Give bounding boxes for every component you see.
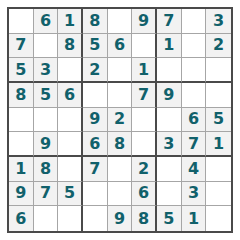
cell-r6c5-given: 8 bbox=[108, 132, 133, 157]
cell-r4c9-empty[interactable] bbox=[206, 83, 231, 108]
cell-r9c7-given: 5 bbox=[157, 206, 182, 231]
cell-r5c9-given: 5 bbox=[206, 108, 231, 133]
cell-r1c5-empty[interactable] bbox=[108, 9, 133, 34]
cell-r4c4-empty[interactable] bbox=[83, 83, 108, 108]
cell-r3c2-given: 3 bbox=[34, 58, 59, 83]
cell-r5c7-empty[interactable] bbox=[157, 108, 182, 133]
cell-r4c5-empty[interactable] bbox=[108, 83, 133, 108]
cell-r9c1-given: 6 bbox=[9, 206, 34, 231]
cell-r9c3-empty[interactable] bbox=[58, 206, 83, 231]
cell-r5c3-empty[interactable] bbox=[58, 108, 83, 133]
cell-r7c9-empty[interactable] bbox=[206, 157, 231, 182]
cell-r3c8-empty[interactable] bbox=[182, 58, 207, 83]
cell-r8c9-empty[interactable] bbox=[206, 182, 231, 207]
cell-r7c2-given: 8 bbox=[34, 157, 59, 182]
cell-r7c5-empty[interactable] bbox=[108, 157, 133, 182]
cell-r1c2-given: 6 bbox=[34, 9, 59, 34]
cell-r4c2-given: 5 bbox=[34, 83, 59, 108]
cell-r3c5-empty[interactable] bbox=[108, 58, 133, 83]
cell-r6c1-empty[interactable] bbox=[9, 132, 34, 157]
cell-r7c1-given: 1 bbox=[9, 157, 34, 182]
cell-r7c8-given: 4 bbox=[182, 157, 207, 182]
cell-r4c8-empty[interactable] bbox=[182, 83, 207, 108]
cell-r1c9-given: 3 bbox=[206, 9, 231, 34]
cell-r4c3-given: 6 bbox=[58, 83, 83, 108]
cell-r6c6-empty[interactable] bbox=[132, 132, 157, 157]
cell-r2c1-given: 7 bbox=[9, 34, 34, 59]
cell-r5c1-empty[interactable] bbox=[9, 108, 34, 133]
cell-r7c3-empty[interactable] bbox=[58, 157, 83, 182]
cell-r2c4-given: 5 bbox=[83, 34, 108, 59]
cell-r1c8-empty[interactable] bbox=[182, 9, 207, 34]
cell-r2c2-empty[interactable] bbox=[34, 34, 59, 59]
cell-r2c7-given: 1 bbox=[157, 34, 182, 59]
cell-r7c4-given: 7 bbox=[83, 157, 108, 182]
cell-r5c5-given: 2 bbox=[108, 108, 133, 133]
cell-r9c8-given: 1 bbox=[182, 206, 207, 231]
cell-r9c9-empty[interactable] bbox=[206, 206, 231, 231]
cell-r6c2-given: 9 bbox=[34, 132, 59, 157]
cell-r6c3-empty[interactable] bbox=[58, 132, 83, 157]
cell-r8c6-given: 6 bbox=[132, 182, 157, 207]
cell-r5c8-given: 6 bbox=[182, 108, 207, 133]
cell-r9c6-given: 8 bbox=[132, 206, 157, 231]
cell-r1c7-given: 7 bbox=[157, 9, 182, 34]
cell-r2c5-given: 6 bbox=[108, 34, 133, 59]
cell-r6c7-given: 3 bbox=[157, 132, 182, 157]
cell-r7c7-empty[interactable] bbox=[157, 157, 182, 182]
cell-r1c3-given: 1 bbox=[58, 9, 83, 34]
cell-r2c9-given: 2 bbox=[206, 34, 231, 59]
sudoku-page: 6189737856125321856799265968371187249756… bbox=[0, 0, 240, 240]
cell-r3c7-empty[interactable] bbox=[157, 58, 182, 83]
cell-r2c8-empty[interactable] bbox=[182, 34, 207, 59]
cell-r3c9-empty[interactable] bbox=[206, 58, 231, 83]
cell-r1c6-given: 9 bbox=[132, 9, 157, 34]
cell-r4c1-given: 8 bbox=[9, 83, 34, 108]
cell-r1c1-empty[interactable] bbox=[9, 9, 34, 34]
cell-r8c2-given: 7 bbox=[34, 182, 59, 207]
cell-r8c8-given: 3 bbox=[182, 182, 207, 207]
cell-r4c7-given: 9 bbox=[157, 83, 182, 108]
cell-r9c2-empty[interactable] bbox=[34, 206, 59, 231]
sudoku-board: 6189737856125321856799265968371187249756… bbox=[7, 7, 233, 233]
cell-r9c4-empty[interactable] bbox=[83, 206, 108, 231]
cell-r8c4-empty[interactable] bbox=[83, 182, 108, 207]
cell-r1c4-given: 8 bbox=[83, 9, 108, 34]
cell-r8c1-given: 9 bbox=[9, 182, 34, 207]
cell-r5c2-empty[interactable] bbox=[34, 108, 59, 133]
cell-r3c3-empty[interactable] bbox=[58, 58, 83, 83]
cell-r8c3-given: 5 bbox=[58, 182, 83, 207]
cell-r6c4-given: 6 bbox=[83, 132, 108, 157]
cell-r9c5-given: 9 bbox=[108, 206, 133, 231]
cell-r6c8-given: 7 bbox=[182, 132, 207, 157]
cell-r2c3-given: 8 bbox=[58, 34, 83, 59]
cell-r5c6-empty[interactable] bbox=[132, 108, 157, 133]
cell-r3c1-given: 5 bbox=[9, 58, 34, 83]
cell-r4c6-given: 7 bbox=[132, 83, 157, 108]
cell-r8c5-empty[interactable] bbox=[108, 182, 133, 207]
cell-r2c6-empty[interactable] bbox=[132, 34, 157, 59]
cell-r6c9-given: 1 bbox=[206, 132, 231, 157]
cell-r5c4-given: 9 bbox=[83, 108, 108, 133]
cell-r3c4-given: 2 bbox=[83, 58, 108, 83]
cell-r3c6-given: 1 bbox=[132, 58, 157, 83]
cell-r7c6-given: 2 bbox=[132, 157, 157, 182]
cell-r8c7-empty[interactable] bbox=[157, 182, 182, 207]
